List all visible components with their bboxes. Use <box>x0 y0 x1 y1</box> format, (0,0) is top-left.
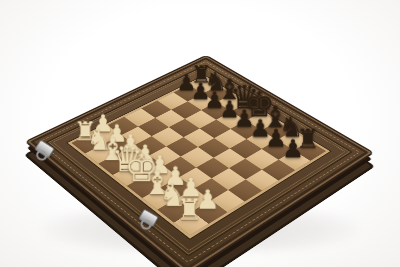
square-h1[interactable]: ♜ <box>174 211 209 235</box>
white-rook-glyph: ♜ <box>163 195 217 224</box>
product-photo-scene: ♜♞♝♛♚♝♞♜♟♟♟♟♟♟♟♟♟♟♟♟♟♟♟♟♜♞♝♛♚♝♞♜ <box>0 0 400 267</box>
black-pawn-glyph: ♟ <box>268 136 317 161</box>
